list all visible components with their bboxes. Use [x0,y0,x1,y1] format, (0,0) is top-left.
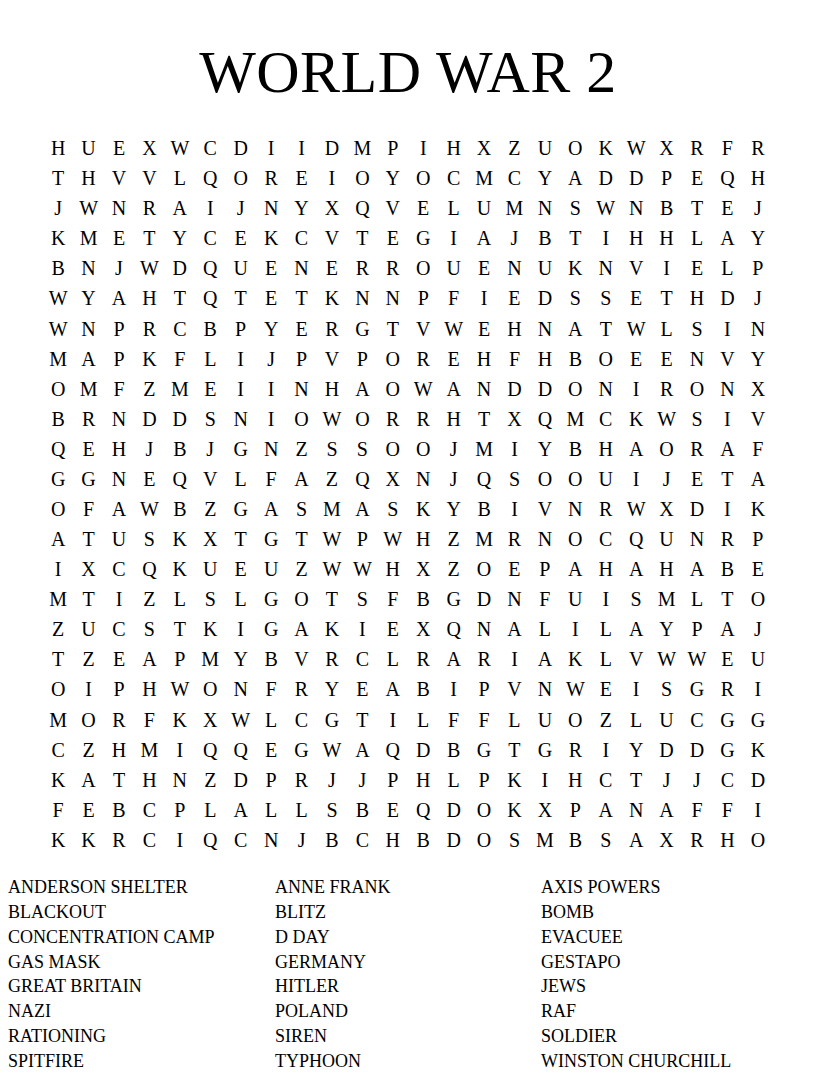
grid-cell[interactable]: G [682,674,712,704]
grid-cell[interactable]: W [43,313,73,343]
grid-cell[interactable]: R [286,765,316,795]
grid-cell[interactable]: U [743,644,773,674]
grid-cell[interactable]: E [286,313,316,343]
grid-cell[interactable]: T [165,283,195,313]
grid-cell[interactable]: I [743,795,773,825]
grid-cell[interactable]: T [469,404,499,434]
grid-cell[interactable]: H [73,163,103,193]
grid-cell[interactable]: E [378,223,408,253]
grid-cell[interactable]: A [378,674,408,704]
grid-cell[interactable]: S [317,795,347,825]
grid-cell[interactable]: Y [530,163,560,193]
grid-cell[interactable]: R [408,404,438,434]
grid-cell[interactable]: N [499,584,529,614]
grid-cell[interactable]: N [682,524,712,554]
grid-cell[interactable]: C [591,404,621,434]
grid-cell[interactable]: U [530,133,560,163]
grid-cell[interactable]: S [134,614,164,644]
grid-cell[interactable]: I [621,674,651,704]
grid-cell[interactable]: Y [621,735,651,765]
grid-cell[interactable]: N [378,283,408,313]
grid-cell[interactable]: W [73,193,103,223]
grid-cell[interactable]: W [621,133,651,163]
grid-cell[interactable]: C [712,765,742,795]
grid-cell[interactable]: J [134,434,164,464]
grid-cell[interactable]: P [347,524,377,554]
grid-cell[interactable]: Q [134,554,164,584]
grid-cell[interactable]: X [317,193,347,223]
grid-cell[interactable]: N [73,253,103,283]
grid-cell[interactable]: H [682,283,712,313]
grid-cell[interactable]: T [712,464,742,494]
grid-cell[interactable]: E [73,795,103,825]
grid-cell[interactable]: J [347,765,377,795]
grid-cell[interactable]: W [134,494,164,524]
grid-cell[interactable]: E [256,253,286,283]
grid-cell[interactable]: L [165,584,195,614]
grid-cell[interactable]: C [591,524,621,554]
grid-cell[interactable]: O [743,825,773,855]
grid-cell[interactable]: H [743,163,773,193]
grid-cell[interactable]: V [317,223,347,253]
grid-cell[interactable]: T [73,524,103,554]
grid-cell[interactable]: U [530,253,560,283]
grid-cell[interactable]: H [499,313,529,343]
grid-cell[interactable]: X [651,494,681,524]
grid-cell[interactable]: S [591,825,621,855]
grid-cell[interactable]: I [712,313,742,343]
grid-cell[interactable]: A [712,614,742,644]
grid-cell[interactable]: X [408,554,438,584]
grid-cell[interactable]: F [165,344,195,374]
grid-cell[interactable]: N [560,494,590,524]
grid-cell[interactable]: Z [134,374,164,404]
grid-cell[interactable]: D [651,735,681,765]
grid-cell[interactable]: T [317,584,347,614]
grid-cell[interactable]: M [73,223,103,253]
grid-cell[interactable]: H [104,434,134,464]
grid-cell[interactable]: B [408,825,438,855]
grid-cell[interactable]: I [43,554,73,584]
grid-cell[interactable]: E [225,223,255,253]
grid-cell[interactable]: T [378,313,408,343]
grid-cell[interactable]: B [256,644,286,674]
grid-cell[interactable]: J [317,765,347,795]
grid-cell[interactable]: P [104,674,134,704]
grid-cell[interactable]: E [347,674,377,704]
grid-cell[interactable]: F [438,704,468,734]
grid-cell[interactable]: C [195,223,225,253]
grid-cell[interactable]: A [104,494,134,524]
grid-cell[interactable]: U [560,584,590,614]
grid-cell[interactable]: H [438,404,468,434]
grid-cell[interactable]: O [347,404,377,434]
grid-cell[interactable]: J [43,193,73,223]
grid-cell[interactable]: F [712,795,742,825]
grid-cell[interactable]: J [225,193,255,223]
grid-cell[interactable]: J [651,464,681,494]
grid-cell[interactable]: A [469,223,499,253]
grid-cell[interactable]: M [469,163,499,193]
grid-cell[interactable]: F [499,344,529,374]
grid-cell[interactable]: R [743,133,773,163]
grid-cell[interactable]: B [104,795,134,825]
grid-cell[interactable]: Y [165,223,195,253]
grid-cell[interactable]: I [165,825,195,855]
grid-cell[interactable]: Q [225,735,255,765]
grid-cell[interactable]: A [438,374,468,404]
grid-cell[interactable]: V [621,644,651,674]
grid-cell[interactable]: I [378,704,408,734]
grid-cell[interactable]: D [225,765,255,795]
grid-cell[interactable]: U [530,704,560,734]
grid-cell[interactable]: N [256,434,286,464]
grid-cell[interactable]: F [438,283,468,313]
grid-cell[interactable]: E [499,283,529,313]
grid-cell[interactable]: Q [469,464,499,494]
grid-cell[interactable]: D [165,253,195,283]
grid-cell[interactable]: L [165,163,195,193]
grid-cell[interactable]: Z [438,524,468,554]
grid-cell[interactable]: R [591,494,621,524]
grid-cell[interactable]: G [438,584,468,614]
grid-cell[interactable]: K [621,404,651,434]
grid-cell[interactable]: O [43,494,73,524]
grid-cell[interactable]: W [317,404,347,434]
grid-cell[interactable]: I [530,765,560,795]
grid-cell[interactable]: W [560,674,590,704]
grid-cell[interactable]: O [530,464,560,494]
grid-cell[interactable]: P [651,163,681,193]
grid-cell[interactable]: Y [256,313,286,343]
grid-cell[interactable]: B [195,313,225,343]
grid-cell[interactable]: U [591,464,621,494]
grid-cell[interactable]: P [530,554,560,584]
grid-cell[interactable]: B [560,344,590,374]
grid-cell[interactable]: X [73,554,103,584]
grid-cell[interactable]: N [591,253,621,283]
grid-cell[interactable]: S [499,464,529,494]
grid-cell[interactable]: A [73,344,103,374]
grid-cell[interactable]: O [378,344,408,374]
grid-cell[interactable]: C [134,795,164,825]
grid-cell[interactable]: L [530,614,560,644]
grid-cell[interactable]: A [530,644,560,674]
grid-cell[interactable]: U [438,253,468,283]
grid-cell[interactable]: P [469,674,499,704]
grid-cell[interactable]: O [560,133,590,163]
grid-cell[interactable]: G [73,464,103,494]
grid-cell[interactable]: N [469,614,499,644]
grid-cell[interactable]: D [712,283,742,313]
grid-cell[interactable]: I [499,434,529,464]
grid-cell[interactable]: U [104,524,134,554]
grid-cell[interactable]: J [438,434,468,464]
grid-cell[interactable]: U [651,704,681,734]
grid-cell[interactable]: V [378,193,408,223]
grid-cell[interactable]: X [195,524,225,554]
grid-cell[interactable]: S [378,494,408,524]
grid-cell[interactable]: C [104,614,134,644]
grid-cell[interactable]: U [469,193,499,223]
grid-cell[interactable]: B [530,223,560,253]
grid-cell[interactable]: R [378,253,408,283]
grid-cell[interactable]: N [530,193,560,223]
grid-cell[interactable]: R [499,524,529,554]
grid-cell[interactable]: T [225,283,255,313]
grid-cell[interactable]: I [438,674,468,704]
grid-cell[interactable]: O [43,674,73,704]
grid-cell[interactable]: T [104,765,134,795]
grid-cell[interactable]: B [469,494,499,524]
grid-cell[interactable]: Y [225,644,255,674]
grid-cell[interactable]: K [73,825,103,855]
grid-cell[interactable]: R [378,404,408,434]
grid-cell[interactable]: A [256,494,286,524]
grid-cell[interactable]: S [134,524,164,554]
grid-cell[interactable]: O [195,674,225,704]
grid-cell[interactable]: I [469,283,499,313]
grid-cell[interactable]: G [712,704,742,734]
grid-cell[interactable]: G [256,584,286,614]
grid-cell[interactable]: E [469,253,499,283]
grid-cell[interactable]: L [651,313,681,343]
grid-cell[interactable]: R [712,524,742,554]
grid-cell[interactable]: R [104,704,134,734]
grid-cell[interactable]: B [347,795,377,825]
grid-cell[interactable]: E [378,614,408,644]
grid-cell[interactable]: M [195,644,225,674]
grid-cell[interactable]: L [195,795,225,825]
grid-cell[interactable]: I [591,735,621,765]
grid-cell[interactable]: A [743,464,773,494]
grid-cell[interactable]: A [712,223,742,253]
grid-cell[interactable]: A [591,795,621,825]
grid-cell[interactable]: F [104,374,134,404]
grid-cell[interactable]: E [104,133,134,163]
grid-cell[interactable]: E [225,554,255,584]
grid-cell[interactable]: V [408,313,438,343]
grid-cell[interactable]: J [195,434,225,464]
grid-cell[interactable]: P [408,283,438,313]
grid-cell[interactable]: E [499,554,529,584]
grid-cell[interactable]: A [621,825,651,855]
grid-cell[interactable]: P [378,765,408,795]
grid-cell[interactable]: P [165,644,195,674]
grid-cell[interactable]: I [104,584,134,614]
grid-cell[interactable]: Z [499,133,529,163]
grid-cell[interactable]: R [408,644,438,674]
grid-cell[interactable]: R [682,825,712,855]
grid-cell[interactable]: S [651,674,681,704]
grid-cell[interactable]: R [682,434,712,464]
grid-cell[interactable]: H [469,344,499,374]
grid-cell[interactable]: D [438,795,468,825]
grid-cell[interactable]: V [317,344,347,374]
grid-cell[interactable]: O [560,464,590,494]
grid-cell[interactable]: E [651,344,681,374]
grid-cell[interactable]: W [165,133,195,163]
grid-cell[interactable]: N [104,464,134,494]
grid-cell[interactable]: N [286,253,316,283]
grid-cell[interactable]: I [499,644,529,674]
grid-cell[interactable]: Q [195,163,225,193]
grid-cell[interactable]: E [134,464,164,494]
grid-cell[interactable]: R [469,644,499,674]
grid-cell[interactable]: M [134,735,164,765]
grid-cell[interactable]: E [621,344,651,374]
grid-cell[interactable]: I [73,674,103,704]
grid-cell[interactable]: L [682,584,712,614]
grid-cell[interactable]: V [195,464,225,494]
grid-cell[interactable]: R [408,344,438,374]
grid-cell[interactable]: S [195,584,225,614]
grid-cell[interactable]: Q [43,434,73,464]
grid-cell[interactable]: K [165,524,195,554]
grid-cell[interactable]: V [104,163,134,193]
grid-cell[interactable]: G [408,223,438,253]
grid-cell[interactable]: Y [73,283,103,313]
grid-cell[interactable]: A [347,494,377,524]
grid-cell[interactable]: O [591,344,621,374]
grid-cell[interactable]: W [682,644,712,674]
grid-cell[interactable]: X [651,825,681,855]
grid-cell[interactable]: O [651,434,681,464]
grid-cell[interactable]: G [317,704,347,734]
grid-cell[interactable]: Y [651,614,681,644]
grid-cell[interactable]: O [378,374,408,404]
grid-cell[interactable]: O [73,704,103,734]
grid-cell[interactable]: N [104,404,134,434]
grid-cell[interactable]: D [499,374,529,404]
grid-cell[interactable]: E [256,735,286,765]
grid-cell[interactable]: T [286,283,316,313]
grid-cell[interactable]: I [225,614,255,644]
grid-cell[interactable]: E [682,464,712,494]
grid-cell[interactable]: K [317,614,347,644]
grid-cell[interactable]: H [560,765,590,795]
grid-cell[interactable]: Z [134,584,164,614]
grid-cell[interactable]: R [651,374,681,404]
grid-cell[interactable]: L [591,644,621,674]
grid-cell[interactable]: X [469,133,499,163]
grid-cell[interactable]: R [347,253,377,283]
grid-cell[interactable]: S [621,584,651,614]
grid-cell[interactable]: R [317,313,347,343]
grid-cell[interactable]: O [347,163,377,193]
grid-cell[interactable]: K [134,344,164,374]
grid-cell[interactable]: I [256,404,286,434]
grid-cell[interactable]: G [712,735,742,765]
grid-cell[interactable]: F [469,704,499,734]
grid-cell[interactable]: E [378,795,408,825]
grid-cell[interactable]: Y [438,494,468,524]
grid-cell[interactable]: M [530,825,560,855]
grid-cell[interactable]: H [591,554,621,584]
grid-cell[interactable]: V [286,644,316,674]
grid-cell[interactable]: O [469,554,499,584]
grid-cell[interactable]: I [195,193,225,223]
grid-cell[interactable]: Q [408,795,438,825]
grid-cell[interactable]: L [438,193,468,223]
grid-cell[interactable]: U [225,253,255,283]
grid-cell[interactable]: A [621,554,651,584]
grid-cell[interactable]: L [378,644,408,674]
grid-cell[interactable]: M [43,344,73,374]
grid-cell[interactable]: H [712,825,742,855]
grid-cell[interactable]: F [530,584,560,614]
grid-cell[interactable]: J [438,464,468,494]
grid-cell[interactable]: L [499,704,529,734]
grid-cell[interactable]: M [469,434,499,464]
grid-cell[interactable]: A [621,614,651,644]
grid-cell[interactable]: N [530,674,560,704]
grid-cell[interactable]: Z [286,554,316,584]
grid-cell[interactable]: K [195,614,225,644]
grid-cell[interactable]: C [165,313,195,343]
grid-cell[interactable]: J [743,614,773,644]
grid-cell[interactable]: S [682,313,712,343]
grid-cell[interactable]: S [286,494,316,524]
grid-cell[interactable]: E [682,163,712,193]
grid-cell[interactable]: D [591,163,621,193]
grid-cell[interactable]: I [408,133,438,163]
grid-cell[interactable]: R [560,735,590,765]
grid-cell[interactable]: B [408,674,438,704]
grid-cell[interactable]: C [195,133,225,163]
grid-cell[interactable]: N [591,374,621,404]
grid-cell[interactable]: B [43,253,73,283]
grid-cell[interactable]: V [621,253,651,283]
grid-cell[interactable]: I [438,223,468,253]
grid-cell[interactable]: V [712,344,742,374]
grid-cell[interactable]: D [743,765,773,795]
grid-cell[interactable]: A [347,374,377,404]
grid-cell[interactable]: W [317,524,347,554]
grid-cell[interactable]: H [438,133,468,163]
grid-cell[interactable]: K [317,283,347,313]
grid-cell[interactable]: H [317,374,347,404]
grid-cell[interactable]: N [712,374,742,404]
grid-cell[interactable]: C [591,765,621,795]
grid-cell[interactable]: L [591,614,621,644]
grid-cell[interactable]: B [560,434,590,464]
grid-cell[interactable]: E [438,344,468,374]
grid-cell[interactable]: W [591,193,621,223]
grid-cell[interactable]: D [682,735,712,765]
grid-cell[interactable]: L [286,795,316,825]
grid-cell[interactable]: N [682,344,712,374]
grid-cell[interactable]: D [438,825,468,855]
grid-cell[interactable]: A [682,554,712,584]
grid-cell[interactable]: U [195,554,225,584]
grid-cell[interactable]: N [530,524,560,554]
grid-cell[interactable]: K [743,494,773,524]
grid-cell[interactable]: P [743,253,773,283]
grid-cell[interactable]: E [195,374,225,404]
grid-cell[interactable]: A [104,283,134,313]
grid-cell[interactable]: T [712,584,742,614]
grid-cell[interactable]: L [438,765,468,795]
grid-cell[interactable]: P [378,133,408,163]
grid-cell[interactable]: W [621,494,651,524]
grid-cell[interactable]: D [317,133,347,163]
grid-cell[interactable]: W [317,735,347,765]
grid-cell[interactable]: Z [317,464,347,494]
grid-cell[interactable]: F [43,795,73,825]
grid-cell[interactable]: U [256,554,286,584]
grid-cell[interactable]: M [651,584,681,614]
